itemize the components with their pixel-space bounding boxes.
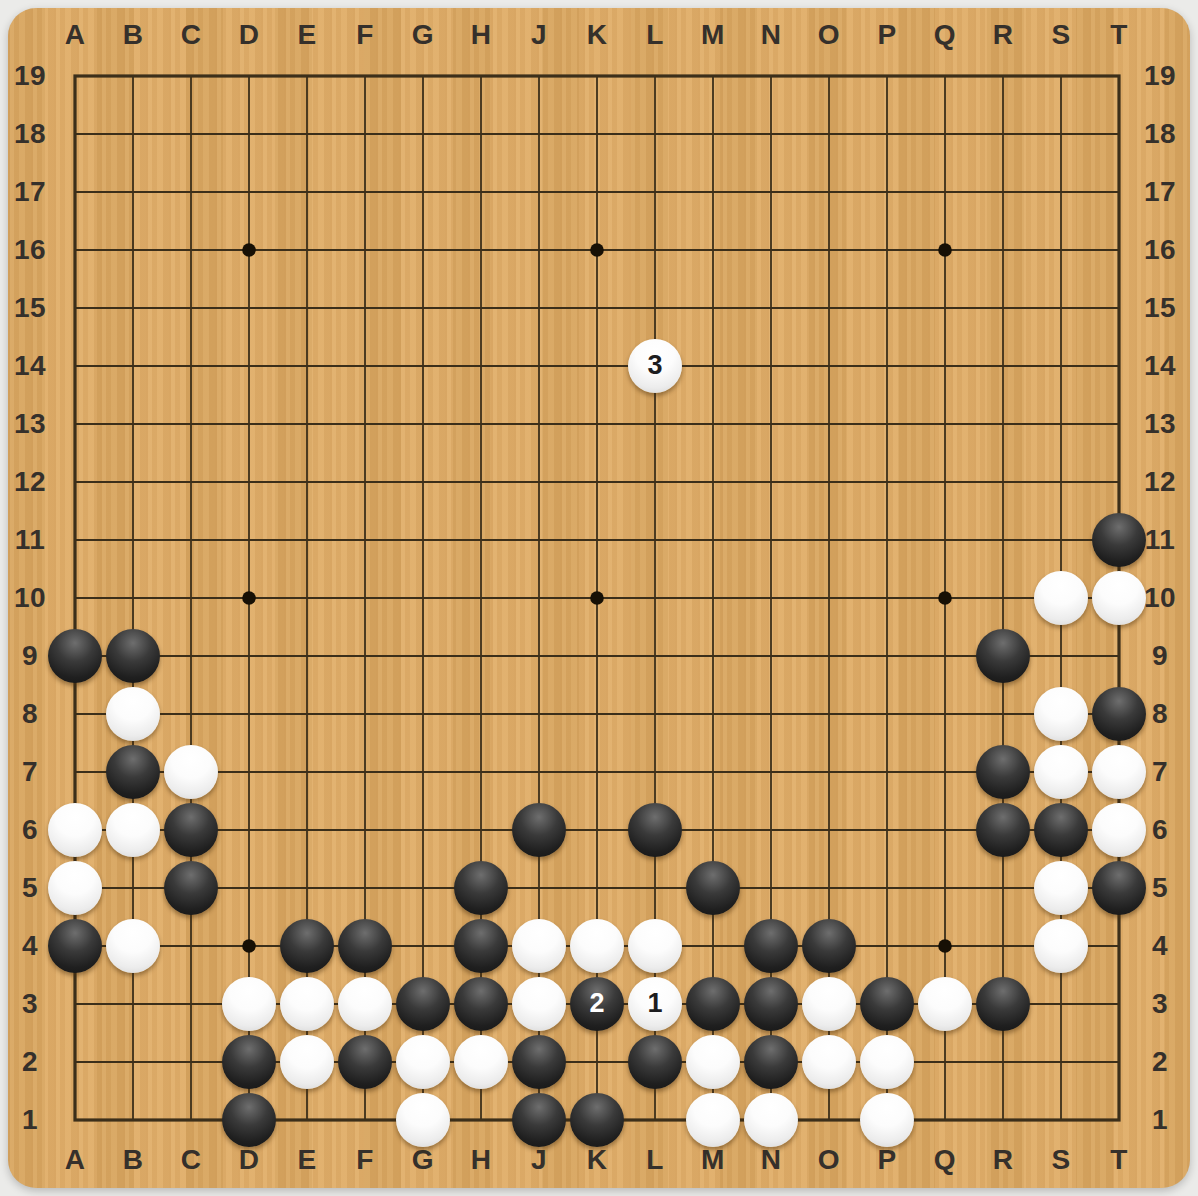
coordinate-number-right-17: 17 — [1144, 176, 1176, 208]
stone-white-S8[interactable] — [1034, 687, 1088, 741]
coordinate-number-left-1: 1 — [22, 1104, 38, 1136]
coordinate-number-left-13: 13 — [14, 408, 46, 440]
coordinate-number-right-11: 11 — [1145, 524, 1176, 556]
stone-white-T6[interactable] — [1092, 803, 1146, 857]
stone-white-T7[interactable] — [1092, 745, 1146, 799]
stone-white-O3[interactable] — [802, 977, 856, 1031]
coordinate-number-right-3: 3 — [1152, 988, 1168, 1020]
stone-black-N4[interactable] — [744, 919, 798, 973]
stone-white-K4[interactable] — [570, 919, 624, 973]
coordinate-number-right-7: 7 — [1152, 756, 1168, 788]
stone-black-R6[interactable] — [976, 803, 1030, 857]
stone-black-P3[interactable] — [860, 977, 914, 1031]
stone-black-B9[interactable] — [106, 629, 160, 683]
stone-white-S10[interactable] — [1034, 571, 1088, 625]
stone-white-D3[interactable] — [222, 977, 276, 1031]
stone-black-H3[interactable] — [454, 977, 508, 1031]
coordinate-number-left-9: 9 — [22, 640, 38, 672]
stone-white-Q3[interactable] — [918, 977, 972, 1031]
stone-black-G3[interactable] — [396, 977, 450, 1031]
coordinate-number-left-18: 18 — [14, 118, 46, 150]
stone-black-L6[interactable] — [628, 803, 682, 857]
stone-black-K3[interactable]: 2 — [570, 977, 624, 1031]
coordinate-number-right-8: 8 — [1152, 698, 1168, 730]
coordinate-number-right-13: 13 — [1144, 408, 1176, 440]
stone-black-D2[interactable] — [222, 1035, 276, 1089]
stone-black-C6[interactable] — [164, 803, 218, 857]
stone-black-A4[interactable] — [48, 919, 102, 973]
coordinate-number-right-2: 2 — [1152, 1046, 1168, 1078]
stone-white-N1[interactable] — [744, 1093, 798, 1147]
coordinate-number-left-12: 12 — [14, 466, 46, 498]
stone-white-A5[interactable] — [48, 861, 102, 915]
coordinate-number-right-10: 10 — [1144, 582, 1176, 614]
stone-black-N3[interactable] — [744, 977, 798, 1031]
stone-black-H4[interactable] — [454, 919, 508, 973]
stone-black-E4[interactable] — [280, 919, 334, 973]
stone-black-O4[interactable] — [802, 919, 856, 973]
stone-white-L14[interactable]: 3 — [628, 339, 682, 393]
stone-white-S4[interactable] — [1034, 919, 1088, 973]
move-number-label: 2 — [589, 990, 604, 1019]
stone-black-A9[interactable] — [48, 629, 102, 683]
stone-white-L3[interactable]: 1 — [628, 977, 682, 1031]
stone-white-B4[interactable] — [106, 919, 160, 973]
stone-white-P2[interactable] — [860, 1035, 914, 1089]
stone-white-C7[interactable] — [164, 745, 218, 799]
stone-white-E3[interactable] — [280, 977, 334, 1031]
stone-white-H2[interactable] — [454, 1035, 508, 1089]
stone-white-G1[interactable] — [396, 1093, 450, 1147]
stone-white-O2[interactable] — [802, 1035, 856, 1089]
stone-white-A6[interactable] — [48, 803, 102, 857]
stone-black-M3[interactable] — [686, 977, 740, 1031]
stone-black-M5[interactable] — [686, 861, 740, 915]
coordinate-number-left-7: 7 — [22, 756, 38, 788]
stone-white-T10[interactable] — [1092, 571, 1146, 625]
stone-black-T8[interactable] — [1092, 687, 1146, 741]
stones-layer[interactable]: 321 — [46, 47, 1148, 1149]
coordinate-number-left-16: 16 — [14, 234, 46, 266]
stone-black-H5[interactable] — [454, 861, 508, 915]
stone-black-F4[interactable] — [338, 919, 392, 973]
coordinate-number-left-10: 10 — [14, 582, 46, 614]
coordinate-number-left-11: 11 — [15, 524, 46, 556]
coordinate-number-right-18: 18 — [1144, 118, 1176, 150]
coordinate-number-left-14: 14 — [14, 350, 46, 382]
coordinate-number-left-4: 4 — [22, 930, 38, 962]
coordinate-number-right-12: 12 — [1144, 466, 1176, 498]
stone-white-J3[interactable] — [512, 977, 566, 1031]
coordinate-number-right-6: 6 — [1152, 814, 1168, 846]
stone-black-R9[interactable] — [976, 629, 1030, 683]
coordinate-number-right-1: 1 — [1152, 1104, 1168, 1136]
stone-white-M2[interactable] — [686, 1035, 740, 1089]
coordinate-number-left-15: 15 — [14, 292, 46, 324]
stone-white-E2[interactable] — [280, 1035, 334, 1089]
stone-black-K1[interactable] — [570, 1093, 624, 1147]
coordinate-number-left-8: 8 — [22, 698, 38, 730]
stone-black-R7[interactable] — [976, 745, 1030, 799]
stone-black-T11[interactable] — [1092, 513, 1146, 567]
stone-black-B7[interactable] — [106, 745, 160, 799]
stone-black-L2[interactable] — [628, 1035, 682, 1089]
coordinate-number-left-6: 6 — [22, 814, 38, 846]
coordinate-number-right-5: 5 — [1152, 872, 1168, 904]
stone-white-J4[interactable] — [512, 919, 566, 973]
stone-black-N2[interactable] — [744, 1035, 798, 1089]
coordinate-number-right-15: 15 — [1144, 292, 1176, 324]
stone-white-L4[interactable] — [628, 919, 682, 973]
coordinate-number-right-16: 16 — [1144, 234, 1176, 266]
go-board[interactable]: AABBCCDDEEFFGGHHJJKKLLMMNNOOPPQQRRSSTT19… — [8, 8, 1190, 1188]
coordinate-number-left-3: 3 — [22, 988, 38, 1020]
stone-black-F2[interactable] — [338, 1035, 392, 1089]
move-number-label: 1 — [647, 990, 662, 1019]
stone-white-S5[interactable] — [1034, 861, 1088, 915]
stone-black-J6[interactable] — [512, 803, 566, 857]
stone-black-T5[interactable] — [1092, 861, 1146, 915]
stone-white-P1[interactable] — [860, 1093, 914, 1147]
stone-black-J2[interactable] — [512, 1035, 566, 1089]
stone-white-F3[interactable] — [338, 977, 392, 1031]
stone-black-J1[interactable] — [512, 1093, 566, 1147]
coordinate-number-right-4: 4 — [1152, 930, 1168, 962]
coordinate-number-right-14: 14 — [1144, 350, 1176, 382]
coordinate-number-left-2: 2 — [22, 1046, 38, 1078]
stone-white-B8[interactable] — [106, 687, 160, 741]
coordinate-number-right-9: 9 — [1152, 640, 1168, 672]
coordinate-number-left-5: 5 — [22, 872, 38, 904]
coordinate-number-left-19: 19 — [14, 60, 46, 92]
coordinate-number-left-17: 17 — [14, 176, 46, 208]
move-number-label: 3 — [647, 352, 662, 381]
stone-black-R3[interactable] — [976, 977, 1030, 1031]
stone-black-S6[interactable] — [1034, 803, 1088, 857]
stone-white-G2[interactable] — [396, 1035, 450, 1089]
stone-white-M1[interactable] — [686, 1093, 740, 1147]
stone-white-S7[interactable] — [1034, 745, 1088, 799]
screenshot-root: AABBCCDDEEFFGGHHJJKKLLMMNNOOPPQQRRSSTT19… — [0, 0, 1198, 1196]
stone-black-D1[interactable] — [222, 1093, 276, 1147]
stone-white-B6[interactable] — [106, 803, 160, 857]
coordinate-number-right-19: 19 — [1144, 60, 1176, 92]
stone-black-C5[interactable] — [164, 861, 218, 915]
